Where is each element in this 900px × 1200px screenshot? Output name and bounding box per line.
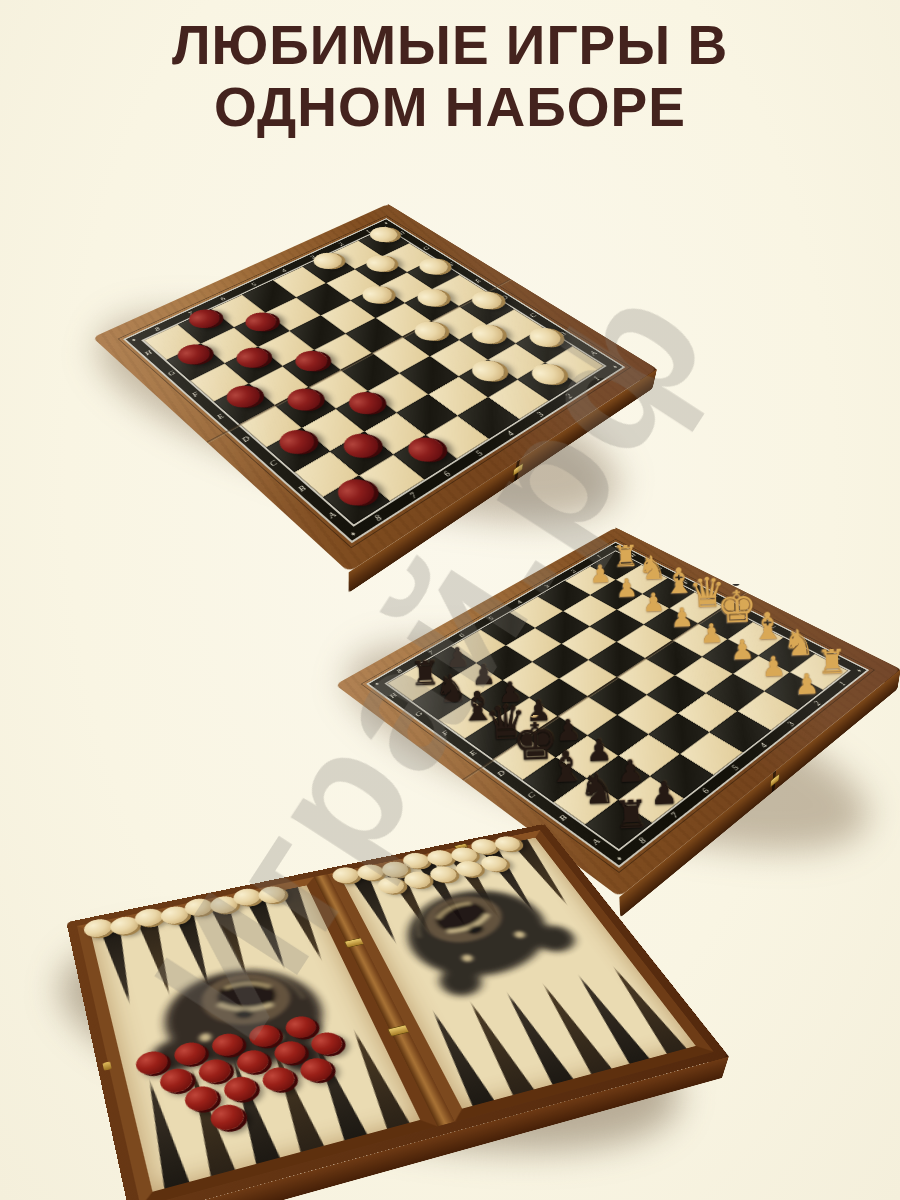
square: ♟	[672, 623, 728, 657]
rank-label: 2	[322, 235, 358, 253]
chess-piece-light-pawn: ♟	[660, 604, 705, 631]
square	[372, 337, 430, 373]
bg-checker-light	[477, 854, 511, 874]
square	[402, 321, 459, 356]
rank-label: 5	[472, 607, 510, 629]
backgammon-board-scene	[38, 762, 714, 1200]
checker-red	[230, 344, 274, 372]
checker-light	[466, 321, 509, 348]
file-label: F	[668, 573, 704, 593]
checker-light	[525, 360, 570, 389]
square	[617, 625, 672, 659]
chess-piece-light-bishop: ♝	[744, 607, 790, 646]
band-corner-ornament: ♦	[123, 333, 144, 346]
square	[265, 297, 320, 330]
square	[234, 312, 290, 346]
checker-light	[411, 285, 453, 310]
square	[346, 318, 402, 353]
chess-piece-light-king: ♚	[714, 583, 760, 629]
bg-checker-red	[221, 1074, 260, 1104]
square	[433, 275, 487, 306]
file-label: H	[385, 223, 419, 243]
backgammon-point	[178, 1064, 237, 1177]
band-corner-ornament: ♦	[606, 542, 624, 552]
square	[407, 259, 460, 289]
bg-checker-light	[82, 917, 114, 939]
square	[242, 280, 296, 312]
chess-piece-light-pawn: ♟	[579, 561, 621, 587]
square	[376, 303, 431, 337]
backgammon-point	[261, 1044, 327, 1152]
backgammon-point	[494, 988, 575, 1085]
square: ♜	[590, 551, 641, 579]
square	[481, 613, 535, 645]
bg-checker-red	[208, 1101, 248, 1133]
chess-piece-light-pawn: ♟	[783, 669, 831, 699]
square: ♟	[590, 580, 642, 610]
backgammon-point	[301, 1034, 369, 1140]
bg-checker-red	[196, 1056, 234, 1086]
rank-label: 3	[528, 576, 564, 597]
page-title: ЛЮБИМЫЕ ИГРЫ В ОДНОМ НАБОРЕ	[0, 14, 900, 138]
bg-checker-light	[491, 834, 524, 853]
bg-checker-red	[134, 1048, 171, 1077]
chess-piece-light-queen: ♛	[685, 571, 730, 614]
chess-piece-light-pawn: ♟	[632, 589, 676, 616]
square	[459, 324, 516, 359]
file-label: E	[460, 270, 496, 292]
rank-label: 2	[555, 561, 590, 581]
square	[320, 300, 375, 333]
square	[302, 253, 354, 283]
bg-checker-red	[282, 1014, 319, 1041]
rank-label: 3	[294, 247, 331, 266]
square	[350, 286, 404, 318]
checker-light	[413, 255, 453, 278]
file-label: F	[434, 254, 469, 275]
square: ♟	[564, 566, 616, 595]
file-label: H	[616, 546, 651, 564]
rank-label: 7	[170, 303, 211, 325]
brass-clasp	[770, 773, 780, 787]
square: ♟	[644, 608, 698, 640]
bg-checker-red	[308, 1030, 346, 1058]
checker-light	[308, 250, 348, 273]
square	[517, 363, 576, 401]
bg-checker-red	[182, 1083, 221, 1114]
square	[382, 243, 434, 272]
square	[379, 272, 432, 303]
brass-clasp	[102, 1061, 111, 1070]
square	[326, 269, 379, 300]
square	[487, 309, 543, 343]
square	[516, 327, 573, 362]
bg-checker-red	[259, 1064, 298, 1094]
backgammon-point	[530, 979, 613, 1074]
rank-label: 5	[234, 274, 273, 294]
square	[355, 256, 407, 286]
checker-light	[357, 283, 398, 307]
rank-label: 1	[581, 547, 615, 566]
square	[510, 597, 563, 628]
square	[405, 289, 460, 321]
rank-label: 4	[264, 261, 302, 281]
file-label: C	[514, 304, 553, 328]
square: ♞	[616, 565, 668, 594]
file-label: E	[695, 586, 732, 606]
square	[296, 283, 350, 315]
bg-checker-red	[157, 1066, 195, 1096]
bg-checker-red	[297, 1055, 336, 1084]
checker-red	[289, 347, 334, 375]
coordinate-strip: 87654321	[136, 222, 385, 340]
square: ♛	[670, 592, 724, 623]
title-line-2: ОДНОМ НАБОРЕ	[0, 76, 900, 138]
square	[563, 595, 616, 626]
file-label: D	[486, 286, 523, 309]
bg-checker-red	[271, 1038, 309, 1067]
file-label: G	[409, 238, 443, 258]
chess-piece-light-knight: ♞	[630, 551, 673, 585]
bg-checker-red	[234, 1047, 272, 1076]
square	[331, 240, 382, 269]
bg-checker-red	[246, 1022, 283, 1050]
chess-piece-light-bishop: ♝	[657, 563, 701, 600]
chess-piece-light-pawn: ♟	[689, 619, 735, 647]
bg-checker-light	[256, 884, 288, 905]
checker-red	[239, 309, 282, 335]
square	[589, 610, 643, 642]
chess-piece-light-rook: ♜	[605, 541, 647, 572]
rank-label: 6	[202, 288, 242, 309]
bg-checker-red	[172, 1040, 209, 1069]
rank-label: 4	[500, 591, 537, 612]
bg-checker-light	[329, 865, 362, 885]
square	[532, 644, 588, 679]
checker-light	[409, 318, 452, 344]
file-label: B	[543, 322, 583, 347]
square	[506, 628, 561, 662]
backgammon-point	[457, 997, 536, 1096]
rank-label: 6	[442, 624, 481, 647]
square	[459, 292, 514, 325]
square	[451, 629, 506, 663]
square	[537, 581, 589, 611]
square	[290, 315, 346, 350]
checker-red	[183, 306, 226, 332]
square: ♟	[616, 594, 669, 625]
square: ♝	[642, 578, 695, 608]
backgammon-point	[220, 1054, 283, 1164]
square	[273, 267, 326, 298]
checker-light	[523, 324, 567, 351]
bg-checker-red	[209, 1031, 246, 1059]
square	[359, 228, 410, 256]
square	[561, 626, 616, 660]
band-corner-ornament: ♦	[377, 218, 395, 228]
square	[211, 294, 266, 327]
square	[178, 309, 234, 343]
square	[431, 306, 487, 340]
checker-light	[361, 252, 401, 275]
checker-light	[466, 288, 508, 313]
square	[675, 657, 733, 693]
chess-piece-light-pawn: ♟	[605, 575, 648, 601]
rank-label: 1	[350, 222, 385, 240]
product-photo-page: ЛЮБИМЫЕ ИГРЫ В ОДНОМ НАБОРЕ 876543218765…	[0, 0, 900, 1200]
backgammon-board	[66, 824, 729, 1200]
rank-label: 8	[136, 318, 178, 341]
square: ♚	[698, 607, 753, 639]
checker-red	[172, 340, 216, 368]
file-label: D	[723, 601, 761, 622]
square	[535, 611, 589, 643]
file-label: G	[641, 559, 676, 578]
backgammon-point	[135, 1074, 191, 1189]
backgammon-point	[341, 1025, 412, 1129]
checker-light	[364, 224, 403, 245]
square	[645, 641, 702, 676]
coordinate-strip: HGFEDCBA	[385, 223, 613, 366]
file-label: C	[753, 616, 793, 638]
square	[589, 642, 646, 677]
brass-hinge	[344, 937, 367, 948]
title-line-1: ЛЮБИМЫЕ ИГРЫ В	[0, 14, 900, 76]
